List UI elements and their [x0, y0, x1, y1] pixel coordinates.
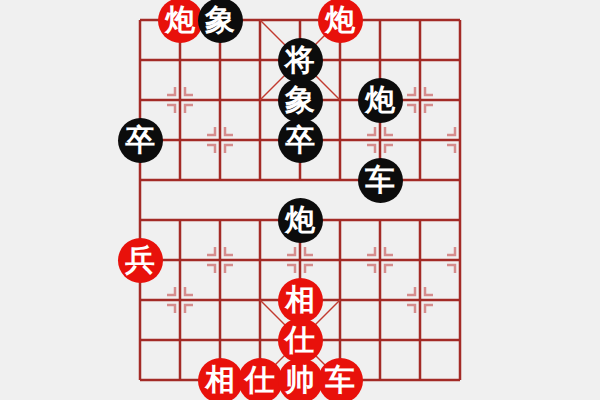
piece-red-general[interactable]: 帅 [278, 358, 323, 400]
piece-red-chariot[interactable]: 车 [318, 358, 363, 400]
piece-red-soldier[interactable]: 兵 [118, 238, 163, 283]
xiangqi-board-grid: 炮象炮将象炮卒卒车炮兵相仕相仕帅车 [120, 0, 480, 400]
piece-red-cannon[interactable]: 炮 [158, 0, 203, 43]
piece-red-elephant[interactable]: 相 [198, 358, 243, 400]
xiangqi-board-screen: 炮象炮将象炮卒卒车炮兵相仕相仕帅车 [0, 0, 600, 400]
piece-black-soldier[interactable]: 卒 [118, 118, 163, 163]
piece-red-elephant[interactable]: 相 [278, 278, 323, 323]
piece-red-advisor[interactable]: 仕 [278, 318, 323, 363]
piece-black-chariot[interactable]: 车 [358, 158, 403, 203]
piece-black-soldier[interactable]: 卒 [278, 118, 323, 163]
piece-black-cannon[interactable]: 炮 [358, 78, 403, 123]
piece-black-general[interactable]: 将 [278, 38, 323, 83]
piece-black-elephant[interactable]: 象 [278, 78, 323, 123]
piece-red-cannon[interactable]: 炮 [318, 0, 363, 43]
piece-red-advisor[interactable]: 仕 [238, 358, 283, 400]
piece-black-cannon[interactable]: 炮 [278, 198, 323, 243]
piece-black-elephant[interactable]: 象 [198, 0, 243, 43]
